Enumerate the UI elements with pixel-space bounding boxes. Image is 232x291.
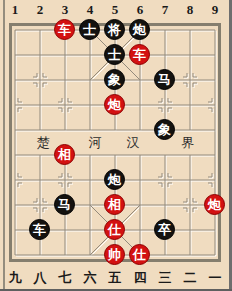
file-label-top-7: 7 <box>155 2 175 18</box>
piece-black-elephant[interactable]: 象 <box>154 119 175 140</box>
piece-red-chariot[interactable]: 车 <box>129 44 150 65</box>
file-label-bottom-2: 八 <box>30 270 50 286</box>
piece-black-advisor[interactable]: 士 <box>104 44 125 65</box>
piece-black-chariot[interactable]: 车 <box>29 219 50 240</box>
piece-red-advisor[interactable]: 仕 <box>104 219 125 240</box>
file-label-top-1: 1 <box>5 2 25 18</box>
file-label-top-4: 4 <box>80 2 100 18</box>
file-label-bottom-9: 一 <box>205 270 225 286</box>
window-edge-right <box>229 0 232 291</box>
file-label-bottom-6: 四 <box>130 270 150 286</box>
piece-red-cannon[interactable]: 炮 <box>204 194 225 215</box>
file-label-bottom-1: 九 <box>5 270 25 286</box>
piece-black-horse[interactable]: 马 <box>54 194 75 215</box>
file-label-bottom-4: 六 <box>80 270 100 286</box>
piece-red-elephant[interactable]: 相 <box>54 144 75 165</box>
file-label-bottom-3: 七 <box>55 270 75 286</box>
bottom-coordinate-row: 九八七六五四三二一 <box>0 270 232 286</box>
piece-red-chariot[interactable]: 车 <box>54 19 75 40</box>
piece-black-advisor[interactable]: 士 <box>79 19 100 40</box>
piece-black-cannon[interactable]: 炮 <box>104 169 125 190</box>
piece-black-cannon[interactable]: 炮 <box>129 19 150 40</box>
file-label-top-8: 8 <box>180 2 200 18</box>
piece-red-elephant[interactable]: 相 <box>104 194 125 215</box>
piece-red-advisor[interactable]: 仕 <box>129 244 150 265</box>
file-label-bottom-8: 二 <box>180 270 200 286</box>
piece-black-horse[interactable]: 马 <box>154 69 175 90</box>
piece-red-cannon[interactable]: 炮 <box>104 94 125 115</box>
piece-red-general[interactable]: 帅 <box>104 244 125 265</box>
piece-black-pawn[interactable]: 卒 <box>154 219 175 240</box>
file-label-top-6: 6 <box>130 2 150 18</box>
file-label-top-2: 2 <box>30 2 50 18</box>
file-label-bottom-7: 三 <box>155 270 175 286</box>
piece-black-general[interactable]: 将 <box>104 19 125 40</box>
board[interactable]: 车车炮相相炮仕帅仕士将炮士象马象炮马车卒 <box>2 17 227 267</box>
file-label-top-5: 5 <box>105 2 125 18</box>
piece-black-elephant[interactable]: 象 <box>104 69 125 90</box>
file-label-top-3: 3 <box>55 2 75 18</box>
top-coordinate-row: 123456789 <box>0 2 232 18</box>
xiangqi-board-window: 楚河汉界 123456789 车车炮相相炮仕帅仕士将炮士象马象炮马车卒 九八七六… <box>0 0 232 291</box>
file-label-bottom-5: 五 <box>105 270 125 286</box>
file-label-top-9: 9 <box>205 2 225 18</box>
window-edge-left <box>3 0 5 291</box>
